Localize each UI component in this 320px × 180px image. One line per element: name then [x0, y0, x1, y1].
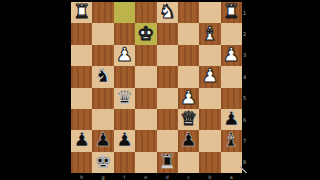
piece-black-bishop[interactable]: ♝	[223, 130, 240, 149]
piece-white-pawn[interactable]: ♟	[116, 45, 133, 64]
square-f6[interactable]	[114, 109, 135, 130]
square-e7[interactable]	[135, 130, 156, 151]
rank-label-6: 6	[243, 109, 252, 130]
square-d1[interactable]: ♞	[157, 2, 178, 23]
square-f7[interactable]: ♟	[114, 130, 135, 151]
square-f1[interactable]	[114, 2, 135, 23]
piece-white-queen[interactable]: ♛	[180, 109, 197, 128]
rank-label-1: 1	[243, 2, 252, 23]
square-c3[interactable]	[178, 45, 199, 66]
square-b6[interactable]	[199, 109, 220, 130]
square-e3[interactable]	[135, 45, 156, 66]
rank-label-5: 5	[243, 88, 252, 109]
square-f3[interactable]: ♟	[114, 45, 135, 66]
square-c7[interactable]: ♟	[178, 130, 199, 151]
chess-board: ♜♞♜♚♝♟♟♞♟♛♟♛♟♟♟♟♟♝♚♜	[71, 2, 242, 173]
rank-label-7: 7	[243, 130, 252, 151]
rank-coordinates: 12345678	[243, 2, 252, 173]
piece-white-pawn[interactable]: ♟	[180, 88, 197, 107]
square-a5[interactable]	[221, 88, 242, 109]
square-a6[interactable]: ♟	[221, 109, 242, 130]
piece-black-pawn[interactable]: ♟	[180, 130, 197, 149]
square-c4[interactable]	[178, 66, 199, 87]
square-a3[interactable]: ♟	[221, 45, 242, 66]
square-c5[interactable]: ♟	[178, 88, 199, 109]
square-b7[interactable]	[199, 130, 220, 151]
square-h2[interactable]	[71, 23, 92, 44]
file-label-f: f	[114, 173, 135, 180]
piece-black-queen[interactable]: ♛	[116, 88, 133, 107]
file-label-g: g	[92, 173, 113, 180]
square-h8[interactable]	[71, 152, 92, 173]
piece-black-knight[interactable]: ♞	[95, 66, 112, 85]
piece-white-bishop[interactable]: ♝	[201, 24, 218, 43]
square-g2[interactable]	[92, 23, 113, 44]
app-background: ♜♞♜♚♝♟♟♞♟♛♟♛♟♟♟♟♟♝♚♜ 12345678 hgfedcba	[0, 0, 320, 180]
square-d6[interactable]	[157, 109, 178, 130]
square-d7[interactable]	[157, 130, 178, 151]
rank-label-4: 4	[243, 66, 252, 87]
rank-label-3: 3	[243, 45, 252, 66]
rank-label-2: 2	[243, 23, 252, 44]
piece-white-rook[interactable]: ♜	[73, 2, 90, 21]
square-b2[interactable]: ♝	[199, 23, 220, 44]
file-coordinates: hgfedcba	[71, 173, 242, 180]
piece-white-pawn[interactable]: ♟	[223, 45, 240, 64]
resize-handle-icon[interactable]	[240, 166, 247, 173]
square-a1[interactable]: ♜	[221, 2, 242, 23]
square-e8[interactable]	[135, 152, 156, 173]
square-e6[interactable]	[135, 109, 156, 130]
piece-black-pawn[interactable]: ♟	[73, 130, 90, 149]
piece-black-pawn[interactable]: ♟	[223, 109, 240, 128]
file-label-c: c	[178, 173, 199, 180]
square-e5[interactable]	[135, 88, 156, 109]
square-e1[interactable]	[135, 2, 156, 23]
square-g6[interactable]	[92, 109, 113, 130]
piece-black-rook[interactable]: ♜	[159, 152, 176, 171]
square-f4[interactable]	[114, 66, 135, 87]
square-a2[interactable]	[221, 23, 242, 44]
square-c2[interactable]	[178, 23, 199, 44]
square-f8[interactable]	[114, 152, 135, 173]
square-e2[interactable]: ♚	[135, 23, 156, 44]
square-a4[interactable]	[221, 66, 242, 87]
piece-black-pawn[interactable]: ♟	[116, 130, 133, 149]
square-h4[interactable]	[71, 66, 92, 87]
square-g7[interactable]: ♟	[92, 130, 113, 151]
square-g5[interactable]	[92, 88, 113, 109]
square-c8[interactable]	[178, 152, 199, 173]
square-a8[interactable]	[221, 152, 242, 173]
square-b5[interactable]	[199, 88, 220, 109]
square-h6[interactable]	[71, 109, 92, 130]
square-h1[interactable]: ♜	[71, 2, 92, 23]
square-c1[interactable]	[178, 2, 199, 23]
square-h7[interactable]: ♟	[71, 130, 92, 151]
square-d5[interactable]	[157, 88, 178, 109]
piece-white-pawn[interactable]: ♟	[201, 66, 218, 85]
square-f5[interactable]: ♛	[114, 88, 135, 109]
square-b1[interactable]	[199, 2, 220, 23]
piece-white-rook[interactable]: ♜	[223, 2, 240, 21]
square-g1[interactable]	[92, 2, 113, 23]
file-label-h: h	[71, 173, 92, 180]
square-c6[interactable]: ♛	[178, 109, 199, 130]
square-d2[interactable]	[157, 23, 178, 44]
piece-white-king[interactable]: ♚	[137, 24, 154, 43]
piece-black-king[interactable]: ♚	[95, 152, 112, 171]
square-d3[interactable]	[157, 45, 178, 66]
file-label-e: e	[135, 173, 156, 180]
square-e4[interactable]	[135, 66, 156, 87]
square-f2[interactable]	[114, 23, 135, 44]
square-b8[interactable]	[199, 152, 220, 173]
file-label-b: b	[199, 173, 220, 180]
square-d8[interactable]: ♜	[157, 152, 178, 173]
square-b3[interactable]	[199, 45, 220, 66]
square-h5[interactable]	[71, 88, 92, 109]
square-g4[interactable]: ♞	[92, 66, 113, 87]
file-label-a: a	[221, 173, 242, 180]
square-d4[interactable]	[157, 66, 178, 87]
piece-black-pawn[interactable]: ♟	[95, 130, 112, 149]
piece-white-knight[interactable]: ♞	[159, 2, 176, 21]
file-label-d: d	[157, 173, 178, 180]
square-a7[interactable]: ♝	[221, 130, 242, 151]
square-g8[interactable]: ♚	[92, 152, 113, 173]
square-g3[interactable]	[92, 45, 113, 66]
square-b4[interactable]: ♟	[199, 66, 220, 87]
square-h3[interactable]	[71, 45, 92, 66]
